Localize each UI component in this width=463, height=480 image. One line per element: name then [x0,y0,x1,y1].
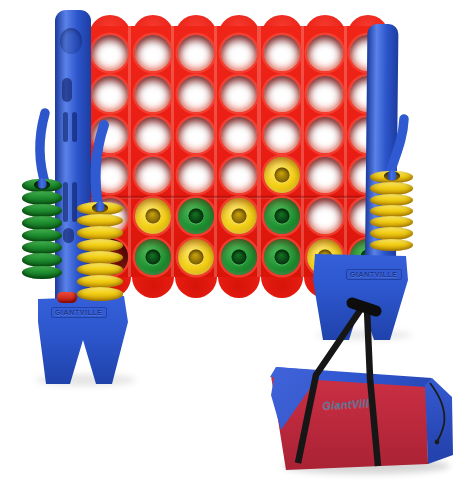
hole-empty [264,35,300,71]
disc-yellow [264,157,300,193]
disc-green [264,198,300,234]
cell-r1c1 [88,33,131,74]
yellow-ring [77,251,123,264]
cell-r4c3 [174,155,217,196]
cell-r6c3 [174,236,217,277]
post-slot-hole [63,228,74,243]
cell-r2c5 [261,74,304,115]
red-peg [57,292,77,303]
post-groove [63,182,68,222]
cell-r2c4 [217,74,260,115]
hole-empty [178,76,214,112]
cell-r2c2 [131,74,174,115]
yellow-ring [370,227,413,239]
disc-center-hole [231,249,246,264]
rod-stub [387,170,396,180]
cell-r5c6 [304,196,347,237]
hole-empty [307,35,343,71]
hole-empty [178,117,214,153]
board-grid [88,33,390,277]
cell-r2c3 [174,74,217,115]
hole-empty [264,76,300,112]
cell-r3c6 [304,114,347,155]
ring-stack-green-left [22,180,62,279]
hole-empty [135,76,171,112]
disc-center-hole [275,208,290,223]
green-ring [22,241,62,254]
hole-empty [92,157,128,193]
green-ring [22,266,62,279]
cell-r3c4 [217,114,260,155]
disc-center-hole [145,208,160,223]
cell-r3c3 [174,114,217,155]
hole-empty [307,198,343,234]
cell-r3c1 [88,114,131,155]
green-ring [22,229,62,242]
cell-r1c2 [131,33,174,74]
hole-empty [92,35,128,71]
cell-r4c1 [88,155,131,196]
cell-r6c4 [217,236,260,277]
yellow-ring [77,239,123,252]
hole-empty [178,157,214,193]
yellow-ring [370,182,413,194]
hole-empty [221,35,257,71]
hole-empty [178,35,214,71]
rod-stub [96,202,105,212]
hole-empty [221,76,257,112]
green-ring [22,179,62,192]
cell-r1c3 [174,33,217,74]
cell-r5c5 [261,196,304,237]
hole-empty [92,76,128,112]
green-ring [22,204,62,217]
disc-green [178,198,214,234]
green-ring [22,216,62,229]
disc-center-hole [188,208,203,223]
left-foot: GIANTVILLE [38,296,128,384]
cell-r3c2 [131,114,174,155]
yellow-ring [370,239,413,251]
right-foot-brand-emboss: GIANTVILLE [346,269,402,280]
disc-center-hole [188,249,203,264]
disc-yellow [178,239,214,275]
cell-r4c4 [217,155,260,196]
ring-stack-yellow-right [370,172,413,251]
hole-empty [221,117,257,153]
hole-empty [92,117,128,153]
cell-r4c6 [304,155,347,196]
disc-yellow [135,198,171,234]
disc-green [264,239,300,275]
yellow-ring [77,226,123,239]
hole-empty [307,76,343,112]
disc-center-hole [275,168,290,183]
cell-r6c2 [131,236,174,277]
disc-green [135,239,171,275]
ring-stack-yellow-left [77,203,123,301]
right-foot: GIANTVILLE [313,252,408,340]
cell-r3c5 [261,114,304,155]
post-slot-hole [62,78,72,102]
carry-bag: GiantVille · · · · · · [268,360,458,475]
hole-empty [221,157,257,193]
cell-r2c1 [88,74,131,115]
post-groove [72,112,77,142]
cell-r4c2 [131,155,174,196]
left-foot-brand-emboss: GIANTVILLE [51,307,107,318]
disc-green [221,239,257,275]
cell-r5c3 [174,196,217,237]
cell-r6c5 [261,236,304,277]
cell-r1c4 [217,33,260,74]
cell-r4c5 [261,155,304,196]
cell-r2c6 [304,74,347,115]
cell-r1c6 [304,33,347,74]
cell-r5c4 [217,196,260,237]
disc-center-hole [231,208,246,223]
hole-empty [135,157,171,193]
green-ring [22,253,62,266]
hole-empty [307,157,343,193]
rod-stub [38,179,47,189]
disc-center-hole [145,249,160,264]
disc-yellow [221,198,257,234]
hole-empty [135,117,171,153]
cell-r5c2 [131,196,174,237]
hole-empty [307,117,343,153]
rod-green-left [40,113,46,186]
post-recess [60,28,82,54]
green-ring [22,191,62,204]
cell-r1c5 [261,33,304,74]
yellow-ring [77,287,123,300]
disc-center-hole [275,249,290,264]
post-groove [63,112,68,142]
giant-connect-four-scene: GIANTVILLE GIANTVILLE GiantVille · · · ·… [0,0,463,480]
hole-empty [264,117,300,153]
hole-empty [135,35,171,71]
